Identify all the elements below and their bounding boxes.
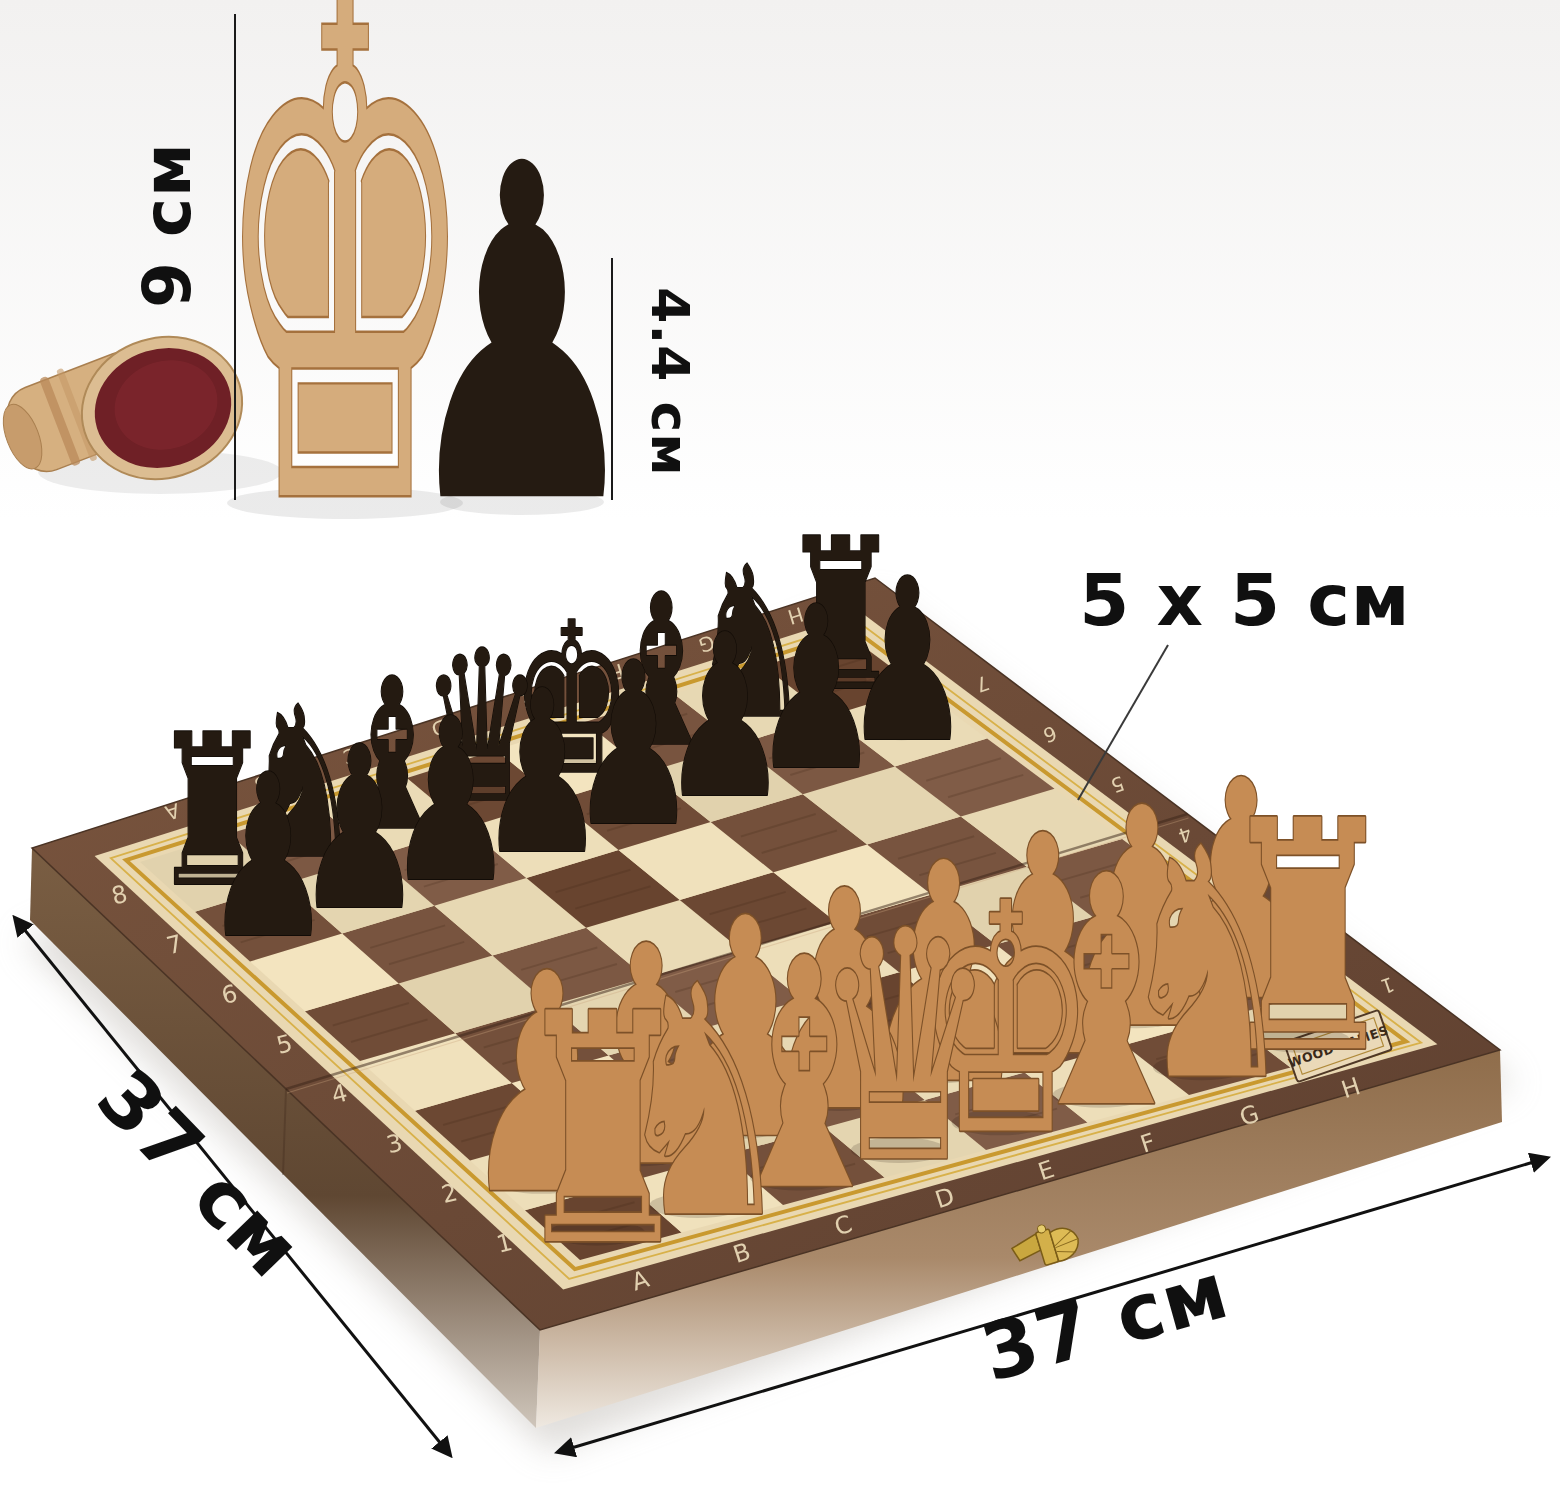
pawn-height-label: 4.4 см xyxy=(640,287,700,477)
piece-white-rook-a1: ♜ xyxy=(511,947,694,1316)
product-photo: AA11BB22CC33DD44EE55FF66GG77HH88WOOD GAM… xyxy=(0,0,1560,1487)
scene: AA11BB22CC33DD44EE55FF66GG77HH88WOOD GAM… xyxy=(0,0,1560,1487)
king-height-label: 9 см xyxy=(129,142,206,308)
square-size-label: 5 x 5 см xyxy=(1079,558,1410,642)
piece-black-pawn-a7: ♟ xyxy=(203,726,332,988)
showcase-pawn: ♟ xyxy=(398,67,647,605)
